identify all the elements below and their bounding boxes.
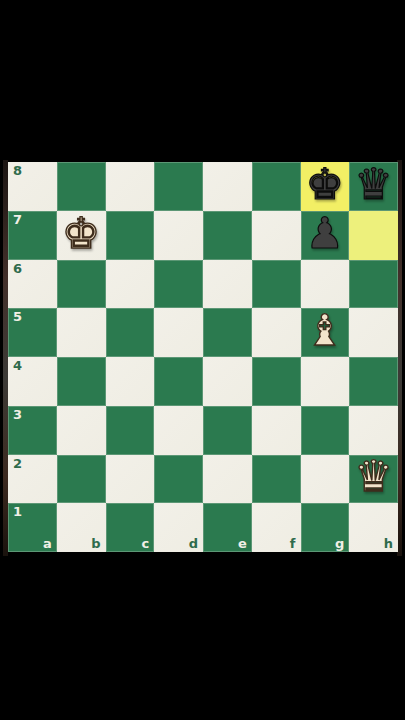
square-f8[interactable] bbox=[252, 162, 301, 211]
square-h1[interactable]: h bbox=[349, 503, 398, 552]
square-h8[interactable]: ♛ bbox=[349, 162, 398, 211]
square-b7[interactable]: ♚ bbox=[57, 211, 106, 260]
square-a5[interactable]: 5 bbox=[8, 308, 57, 357]
square-c8[interactable] bbox=[106, 162, 155, 211]
square-b3[interactable] bbox=[57, 406, 106, 455]
square-a8[interactable]: 8 bbox=[8, 162, 57, 211]
file-label-g: g bbox=[335, 537, 344, 550]
square-c1[interactable]: c bbox=[106, 503, 155, 552]
square-a2[interactable]: 2 bbox=[8, 455, 57, 504]
file-label-c: c bbox=[142, 537, 150, 550]
square-b2[interactable] bbox=[57, 455, 106, 504]
square-b6[interactable] bbox=[57, 260, 106, 309]
piece-white-queen[interactable]: ♛ bbox=[354, 455, 393, 498]
square-a6[interactable]: 6 bbox=[8, 260, 57, 309]
file-label-f: f bbox=[290, 537, 296, 550]
square-g5[interactable]: ♝ bbox=[301, 308, 350, 357]
chess-board: 8♚♛7♚♟65♝432♛1abcdefgh bbox=[8, 162, 398, 552]
square-d5[interactable] bbox=[154, 308, 203, 357]
piece-white-king[interactable]: ♚ bbox=[62, 212, 101, 255]
square-g1[interactable]: g bbox=[301, 503, 350, 552]
square-b4[interactable] bbox=[57, 357, 106, 406]
square-d8[interactable] bbox=[154, 162, 203, 211]
square-g2[interactable] bbox=[301, 455, 350, 504]
rank-label-2: 2 bbox=[13, 457, 22, 470]
square-e5[interactable] bbox=[203, 308, 252, 357]
square-f3[interactable] bbox=[252, 406, 301, 455]
square-b5[interactable] bbox=[57, 308, 106, 357]
piece-white-bishop[interactable]: ♝ bbox=[306, 309, 345, 352]
piece-black-pawn[interactable]: ♟ bbox=[306, 212, 345, 255]
file-label-h: h bbox=[384, 537, 393, 550]
rank-label-5: 5 bbox=[13, 310, 22, 323]
square-e6[interactable] bbox=[203, 260, 252, 309]
square-e7[interactable] bbox=[203, 211, 252, 260]
square-f4[interactable] bbox=[252, 357, 301, 406]
square-a1[interactable]: 1a bbox=[8, 503, 57, 552]
square-h3[interactable] bbox=[349, 406, 398, 455]
file-label-d: d bbox=[189, 537, 198, 550]
square-e1[interactable]: e bbox=[203, 503, 252, 552]
rank-label-1: 1 bbox=[13, 505, 22, 518]
square-c2[interactable] bbox=[106, 455, 155, 504]
square-d3[interactable] bbox=[154, 406, 203, 455]
square-f7[interactable] bbox=[252, 211, 301, 260]
square-f1[interactable]: f bbox=[252, 503, 301, 552]
piece-black-king[interactable]: ♚ bbox=[306, 163, 345, 206]
square-c6[interactable] bbox=[106, 260, 155, 309]
file-label-b: b bbox=[91, 537, 100, 550]
file-label-a: a bbox=[43, 537, 52, 550]
square-f5[interactable] bbox=[252, 308, 301, 357]
square-g8[interactable]: ♚ bbox=[301, 162, 350, 211]
file-label-e: e bbox=[238, 537, 247, 550]
square-f2[interactable] bbox=[252, 455, 301, 504]
rank-label-6: 6 bbox=[13, 262, 22, 275]
square-e4[interactable] bbox=[203, 357, 252, 406]
square-e3[interactable] bbox=[203, 406, 252, 455]
square-c3[interactable] bbox=[106, 406, 155, 455]
square-d1[interactable]: d bbox=[154, 503, 203, 552]
square-a7[interactable]: 7 bbox=[8, 211, 57, 260]
square-h7[interactable] bbox=[349, 211, 398, 260]
rank-label-7: 7 bbox=[13, 213, 22, 226]
square-c4[interactable] bbox=[106, 357, 155, 406]
square-g4[interactable] bbox=[301, 357, 350, 406]
square-a3[interactable]: 3 bbox=[8, 406, 57, 455]
square-c5[interactable] bbox=[106, 308, 155, 357]
square-b1[interactable]: b bbox=[57, 503, 106, 552]
square-d6[interactable] bbox=[154, 260, 203, 309]
square-d7[interactable] bbox=[154, 211, 203, 260]
square-a4[interactable]: 4 bbox=[8, 357, 57, 406]
square-h6[interactable] bbox=[349, 260, 398, 309]
square-e8[interactable] bbox=[203, 162, 252, 211]
square-d4[interactable] bbox=[154, 357, 203, 406]
square-h5[interactable] bbox=[349, 308, 398, 357]
square-c7[interactable] bbox=[106, 211, 155, 260]
square-g7[interactable]: ♟ bbox=[301, 211, 350, 260]
square-e2[interactable] bbox=[203, 455, 252, 504]
square-h2[interactable]: ♛ bbox=[349, 455, 398, 504]
square-f6[interactable] bbox=[252, 260, 301, 309]
rank-label-3: 3 bbox=[13, 408, 22, 421]
rank-label-4: 4 bbox=[13, 359, 22, 372]
square-g6[interactable] bbox=[301, 260, 350, 309]
rank-label-8: 8 bbox=[13, 164, 22, 177]
square-g3[interactable] bbox=[301, 406, 350, 455]
square-h4[interactable] bbox=[349, 357, 398, 406]
square-d2[interactable] bbox=[154, 455, 203, 504]
piece-black-queen[interactable]: ♛ bbox=[354, 163, 393, 206]
square-b8[interactable] bbox=[57, 162, 106, 211]
